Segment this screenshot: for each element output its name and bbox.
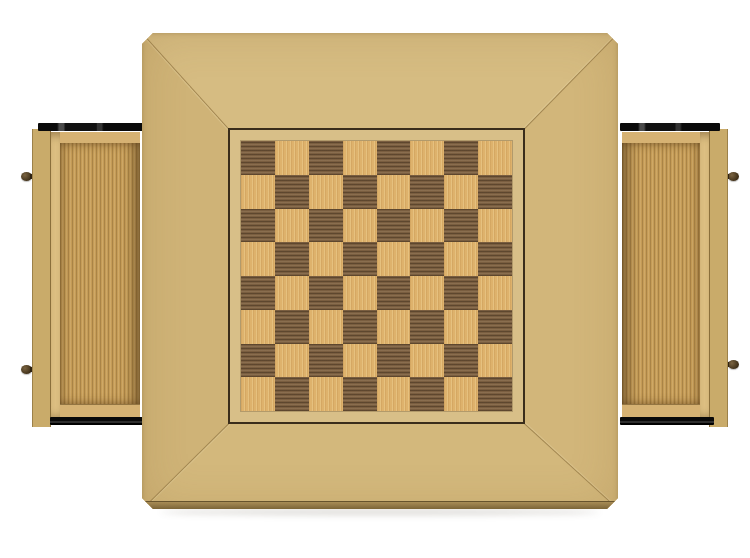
square-a6 (241, 209, 275, 243)
square-h8 (478, 141, 512, 175)
right-drawer-knob-top (728, 172, 739, 181)
square-c3 (309, 310, 343, 344)
square-d1 (343, 377, 377, 411)
square-a4 (241, 276, 275, 310)
square-b6 (275, 209, 309, 243)
square-g2 (444, 344, 478, 378)
square-e4 (377, 276, 411, 310)
square-b3 (275, 310, 309, 344)
square-e2 (377, 344, 411, 378)
square-c7 (309, 175, 343, 209)
square-d6 (343, 209, 377, 243)
chessboard-panel (228, 128, 525, 424)
square-h7 (478, 175, 512, 209)
square-e3 (377, 310, 411, 344)
square-c4 (309, 276, 343, 310)
square-e6 (377, 209, 411, 243)
square-a1 (241, 377, 275, 411)
square-c1 (309, 377, 343, 411)
square-g5 (444, 242, 478, 276)
left-drawer-front-inner-edge (51, 132, 60, 420)
square-g8 (444, 141, 478, 175)
table-side-edge (142, 501, 618, 509)
square-d8 (343, 141, 377, 175)
square-d2 (343, 344, 377, 378)
right-drawer-front-panel (709, 129, 728, 427)
square-a7 (241, 175, 275, 209)
right-drawer-slide-rail-bottom (620, 417, 714, 425)
square-f3 (410, 310, 444, 344)
left-drawer-slide-rail-bottom (50, 417, 144, 425)
square-f5 (410, 242, 444, 276)
left-drawer-side-wall-bottom (60, 404, 140, 417)
right-drawer-side-wall-bottom (622, 404, 700, 417)
table-shadow (160, 509, 600, 515)
square-f4 (410, 276, 444, 310)
square-f8 (410, 141, 444, 175)
square-h6 (478, 209, 512, 243)
square-f1 (410, 377, 444, 411)
square-b4 (275, 276, 309, 310)
square-f6 (410, 209, 444, 243)
square-g3 (444, 310, 478, 344)
square-h1 (478, 377, 512, 411)
square-b2 (275, 344, 309, 378)
right-drawer-knob-bottom (728, 360, 739, 369)
square-b5 (275, 242, 309, 276)
chessboard (241, 141, 512, 411)
square-c2 (309, 344, 343, 378)
square-c6 (309, 209, 343, 243)
square-h5 (478, 242, 512, 276)
right-drawer-front-inner-edge (700, 132, 709, 420)
square-b8 (275, 141, 309, 175)
square-e8 (377, 141, 411, 175)
square-a3 (241, 310, 275, 344)
square-g4 (444, 276, 478, 310)
left-drawer-front-panel (32, 129, 51, 427)
square-a5 (241, 242, 275, 276)
square-a2 (241, 344, 275, 378)
square-g6 (444, 209, 478, 243)
left-drawer-cavity (60, 132, 140, 417)
right-drawer-slide-rail-top (620, 123, 720, 131)
square-e5 (377, 242, 411, 276)
square-c5 (309, 242, 343, 276)
game-table-photo (0, 0, 750, 558)
square-b1 (275, 377, 309, 411)
square-a8 (241, 141, 275, 175)
square-d7 (343, 175, 377, 209)
square-h4 (478, 276, 512, 310)
right-drawer-floor (622, 143, 700, 404)
left-drawer-slide-rail-top (38, 123, 144, 131)
square-h2 (478, 344, 512, 378)
square-g7 (444, 175, 478, 209)
right-drawer-cavity (622, 132, 700, 417)
square-f2 (410, 344, 444, 378)
square-d5 (343, 242, 377, 276)
square-e7 (377, 175, 411, 209)
square-f7 (410, 175, 444, 209)
square-g1 (444, 377, 478, 411)
square-d4 (343, 276, 377, 310)
square-e1 (377, 377, 411, 411)
square-c8 (309, 141, 343, 175)
square-d3 (343, 310, 377, 344)
left-drawer-floor (60, 143, 140, 404)
tabletop (142, 33, 618, 509)
square-b7 (275, 175, 309, 209)
square-h3 (478, 310, 512, 344)
